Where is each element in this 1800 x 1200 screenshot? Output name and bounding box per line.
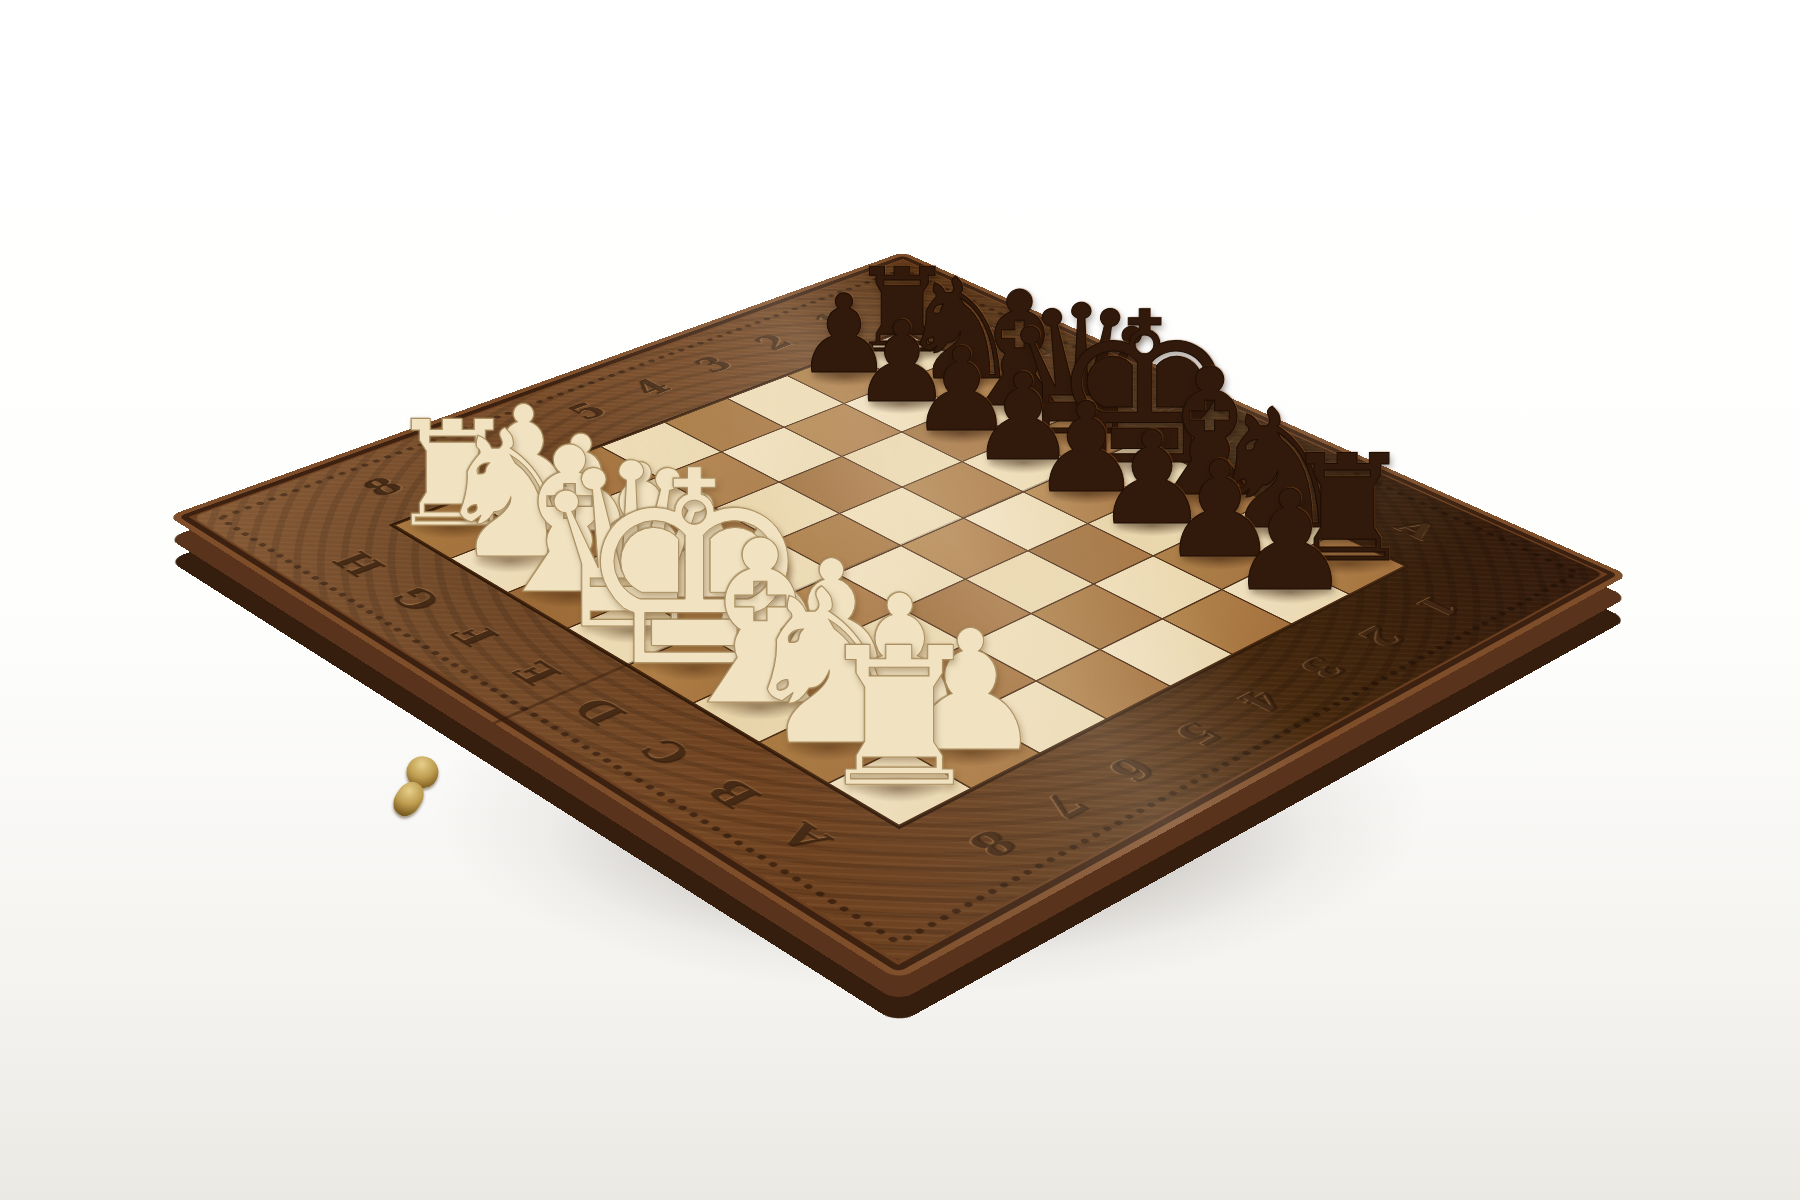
photo-stage: 87654321 HGFEDCBA 87654321 HGFEDCBA ♜♞♝♛… — [0, 0, 1800, 1200]
piece-black-pawn-h7[interactable]: ♟ — [1228, 472, 1352, 610]
brass-clasp-latch[interactable] — [377, 747, 452, 827]
carved-label: 3 — [1243, 628, 1402, 709]
piece-white-rook-h1[interactable]: ♜ — [814, 623, 986, 814]
